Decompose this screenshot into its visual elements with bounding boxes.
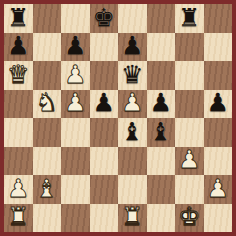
square-g6[interactable]	[175, 61, 204, 90]
piece-white-pawn-c6[interactable]: ♟	[64, 62, 86, 87]
chess-board-frame: ♜♚♜♟♟♟♛♟♛♞♟♟♟♟♟♝♝♟♟♝♟♜♜♚	[0, 0, 236, 236]
square-c3[interactable]	[61, 147, 90, 176]
square-c6[interactable]: ♟	[61, 61, 90, 90]
square-g2[interactable]	[175, 175, 204, 204]
square-d3[interactable]	[90, 147, 119, 176]
square-g1[interactable]: ♚	[175, 204, 204, 233]
square-d1[interactable]	[90, 204, 119, 233]
square-h5[interactable]: ♟	[204, 90, 233, 119]
square-d4[interactable]	[90, 118, 119, 147]
square-c8[interactable]	[61, 4, 90, 33]
square-a8[interactable]: ♜	[4, 4, 33, 33]
square-f6[interactable]	[147, 61, 176, 90]
square-h3[interactable]	[204, 147, 233, 176]
piece-black-queen-e6[interactable]: ♛	[121, 62, 143, 87]
piece-black-pawn-f5[interactable]: ♟	[150, 90, 172, 115]
square-f5[interactable]: ♟	[147, 90, 176, 119]
piece-black-pawn-d5[interactable]: ♟	[93, 90, 115, 115]
square-b4[interactable]	[33, 118, 62, 147]
square-h2[interactable]: ♟	[204, 175, 233, 204]
piece-black-pawn-e7[interactable]: ♟	[121, 33, 143, 58]
piece-white-queen-a6[interactable]: ♛	[7, 62, 29, 87]
piece-white-rook-a1[interactable]: ♜	[7, 204, 29, 229]
square-f7[interactable]	[147, 33, 176, 62]
square-h4[interactable]	[204, 118, 233, 147]
piece-white-pawn-c5[interactable]: ♟	[64, 90, 86, 115]
square-g8[interactable]: ♜	[175, 4, 204, 33]
square-d7[interactable]	[90, 33, 119, 62]
square-d6[interactable]	[90, 61, 119, 90]
square-c1[interactable]	[61, 204, 90, 233]
piece-white-king-g1[interactable]: ♚	[178, 204, 200, 229]
piece-white-knight-b5[interactable]: ♞	[36, 90, 58, 115]
square-b2[interactable]: ♝	[33, 175, 62, 204]
square-a3[interactable]	[4, 147, 33, 176]
piece-white-pawn-g3[interactable]: ♟	[178, 147, 200, 172]
square-e2[interactable]	[118, 175, 147, 204]
square-c7[interactable]: ♟	[61, 33, 90, 62]
square-b7[interactable]	[33, 33, 62, 62]
square-g7[interactable]	[175, 33, 204, 62]
square-c4[interactable]	[61, 118, 90, 147]
square-g4[interactable]	[175, 118, 204, 147]
square-b6[interactable]	[33, 61, 62, 90]
square-e4[interactable]: ♝	[118, 118, 147, 147]
square-a6[interactable]: ♛	[4, 61, 33, 90]
piece-black-rook-a8[interactable]: ♜	[7, 5, 29, 30]
square-g3[interactable]: ♟	[175, 147, 204, 176]
piece-black-king-d8[interactable]: ♚	[93, 5, 115, 30]
piece-white-pawn-h2[interactable]: ♟	[207, 176, 229, 201]
square-f4[interactable]: ♝	[147, 118, 176, 147]
square-c5[interactable]: ♟	[61, 90, 90, 119]
square-a1[interactable]: ♜	[4, 204, 33, 233]
piece-white-bishop-b2[interactable]: ♝	[36, 176, 58, 201]
square-b5[interactable]: ♞	[33, 90, 62, 119]
square-e7[interactable]: ♟	[118, 33, 147, 62]
square-e8[interactable]	[118, 4, 147, 33]
piece-white-rook-e1[interactable]: ♜	[121, 204, 143, 229]
square-e6[interactable]: ♛	[118, 61, 147, 90]
square-h8[interactable]	[204, 4, 233, 33]
square-g5[interactable]	[175, 90, 204, 119]
square-f2[interactable]	[147, 175, 176, 204]
square-a5[interactable]	[4, 90, 33, 119]
piece-black-rook-g8[interactable]: ♜	[178, 5, 200, 30]
square-a7[interactable]: ♟	[4, 33, 33, 62]
square-a2[interactable]: ♟	[4, 175, 33, 204]
piece-black-pawn-c7[interactable]: ♟	[64, 33, 86, 58]
square-e5[interactable]: ♟	[118, 90, 147, 119]
square-f3[interactable]	[147, 147, 176, 176]
square-e1[interactable]: ♜	[118, 204, 147, 233]
piece-black-bishop-f4[interactable]: ♝	[150, 119, 172, 144]
square-c2[interactable]	[61, 175, 90, 204]
square-b1[interactable]	[33, 204, 62, 233]
square-f8[interactable]	[147, 4, 176, 33]
piece-black-pawn-a7[interactable]: ♟	[7, 33, 29, 58]
square-b3[interactable]	[33, 147, 62, 176]
square-d2[interactable]	[90, 175, 119, 204]
square-h6[interactable]	[204, 61, 233, 90]
square-h7[interactable]	[204, 33, 233, 62]
square-b8[interactable]	[33, 4, 62, 33]
square-e3[interactable]	[118, 147, 147, 176]
piece-black-pawn-h5[interactable]: ♟	[207, 90, 229, 115]
square-a4[interactable]	[4, 118, 33, 147]
square-h1[interactable]	[204, 204, 233, 233]
piece-black-bishop-e4[interactable]: ♝	[121, 119, 143, 144]
square-f1[interactable]	[147, 204, 176, 233]
square-d8[interactable]: ♚	[90, 4, 119, 33]
square-d5[interactable]: ♟	[90, 90, 119, 119]
piece-white-pawn-a2[interactable]: ♟	[7, 176, 29, 201]
piece-white-pawn-e5[interactable]: ♟	[121, 90, 143, 115]
chess-board: ♜♚♜♟♟♟♛♟♛♞♟♟♟♟♟♝♝♟♟♝♟♜♜♚	[4, 4, 232, 232]
